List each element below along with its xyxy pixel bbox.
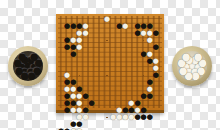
white-bowl-stone: ● bbox=[181, 52, 191, 62]
black-bowl-interior: ●●●●●●●●●●●●●●● bbox=[13, 51, 43, 81]
black-stone: ● bbox=[153, 44, 159, 51]
black-bowl-stone: ● bbox=[17, 52, 27, 62]
hoshi-point bbox=[143, 75, 145, 77]
black-stone: ● bbox=[153, 30, 159, 37]
white-bowl-interior: ●●●●●●●●●●●●●●● bbox=[177, 51, 207, 81]
black-stone: ● bbox=[82, 93, 88, 100]
white-stone: ● bbox=[76, 44, 82, 51]
black-stone: ● bbox=[147, 93, 153, 100]
white-stone: ● bbox=[82, 114, 88, 121]
black-stone-bowl: ●●●●●●●●●●●●●●● bbox=[8, 46, 48, 86]
white-stone: ● bbox=[122, 23, 128, 30]
white-stone: ● bbox=[82, 30, 88, 37]
hoshi-point bbox=[106, 40, 108, 42]
go-board: ●●●●●●●●●●●●●●●●●●●●●●●●●●●●●●●●●●●●●●●●… bbox=[56, 14, 164, 113]
black-stone: ● bbox=[70, 51, 76, 58]
board-grid: ●●●●●●●●●●●●●●●●●●●●●●●●●●●●●●●●●●●●●●●●… bbox=[58, 16, 162, 108]
black-bowl-stone: ● bbox=[29, 52, 39, 62]
white-stone: ● bbox=[104, 16, 110, 23]
hoshi-point bbox=[79, 75, 81, 77]
black-stone: ● bbox=[153, 72, 159, 79]
black-stone: ● bbox=[89, 100, 95, 107]
black-stone: ● bbox=[147, 114, 153, 121]
white-stone-bowl: ●●●●●●●●●●●●●●● bbox=[172, 46, 212, 86]
white-bowl-stone: ● bbox=[193, 52, 203, 62]
white-stone: ● bbox=[76, 128, 82, 130]
hoshi-point bbox=[106, 117, 108, 119]
go-photo-scene: ●●●●●●●●●●●●●●● ●●●●●●●●●●●●●●●●●●●●●●●●… bbox=[0, 0, 220, 130]
hoshi-point bbox=[143, 40, 145, 42]
hoshi-point bbox=[106, 75, 108, 77]
white-stone: ● bbox=[147, 37, 153, 44]
